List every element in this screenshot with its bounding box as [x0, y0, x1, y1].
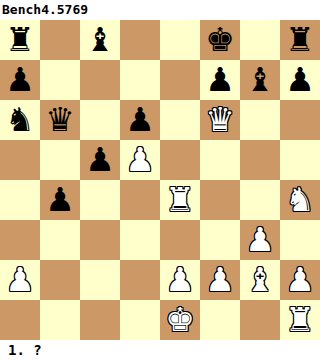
square-e7[interactable]	[160, 60, 200, 100]
square-b8[interactable]	[40, 20, 80, 60]
piece-black-pawn[interactable]: ♟	[5, 60, 35, 100]
square-h4[interactable]: ♞	[280, 180, 320, 220]
square-a5[interactable]	[0, 140, 40, 180]
square-d7[interactable]	[120, 60, 160, 100]
square-h7[interactable]: ♟	[280, 60, 320, 100]
square-g7[interactable]: ♝	[240, 60, 280, 100]
position-title: Bench4.5769	[0, 0, 320, 20]
square-g8[interactable]	[240, 20, 280, 60]
piece-white-rook[interactable]: ♜	[165, 180, 195, 220]
square-b7[interactable]	[40, 60, 80, 100]
square-a6[interactable]: ♞	[0, 100, 40, 140]
piece-white-pawn[interactable]: ♟	[285, 260, 315, 300]
square-g4[interactable]	[240, 180, 280, 220]
square-d5[interactable]: ♟	[120, 140, 160, 180]
square-g1[interactable]	[240, 300, 280, 340]
square-d1[interactable]	[120, 300, 160, 340]
square-a1[interactable]	[0, 300, 40, 340]
square-f5[interactable]	[200, 140, 240, 180]
square-f1[interactable]	[200, 300, 240, 340]
square-b6[interactable]: ♛	[40, 100, 80, 140]
piece-black-bishop[interactable]: ♝	[85, 20, 115, 60]
square-c8[interactable]: ♝	[80, 20, 120, 60]
piece-black-pawn[interactable]: ♟	[85, 140, 115, 180]
square-d8[interactable]	[120, 20, 160, 60]
piece-black-pawn[interactable]: ♟	[45, 180, 75, 220]
square-f4[interactable]	[200, 180, 240, 220]
square-g5[interactable]	[240, 140, 280, 180]
square-e2[interactable]: ♟	[160, 260, 200, 300]
square-h8[interactable]: ♜	[280, 20, 320, 60]
chess-board: ♜♝♚♜♟♟♝♟♞♛♟♛♟♟♟♜♞♟♟♟♟♝♟♚♜	[0, 20, 320, 340]
square-b3[interactable]	[40, 220, 80, 260]
square-h2[interactable]: ♟	[280, 260, 320, 300]
square-e1[interactable]: ♚	[160, 300, 200, 340]
square-c6[interactable]	[80, 100, 120, 140]
piece-white-rook[interactable]: ♜	[285, 300, 315, 340]
square-b4[interactable]: ♟	[40, 180, 80, 220]
piece-white-bishop[interactable]: ♝	[245, 260, 275, 300]
square-b2[interactable]	[40, 260, 80, 300]
square-a7[interactable]: ♟	[0, 60, 40, 100]
square-f2[interactable]: ♟	[200, 260, 240, 300]
square-h6[interactable]	[280, 100, 320, 140]
piece-white-pawn[interactable]: ♟	[5, 260, 35, 300]
square-g3[interactable]: ♟	[240, 220, 280, 260]
square-d6[interactable]: ♟	[120, 100, 160, 140]
square-a8[interactable]: ♜	[0, 20, 40, 60]
square-d4[interactable]	[120, 180, 160, 220]
square-a4[interactable]	[0, 180, 40, 220]
square-b1[interactable]	[40, 300, 80, 340]
square-h3[interactable]	[280, 220, 320, 260]
piece-black-bishop[interactable]: ♝	[245, 60, 275, 100]
square-f8[interactable]: ♚	[200, 20, 240, 60]
square-e3[interactable]	[160, 220, 200, 260]
piece-white-pawn[interactable]: ♟	[125, 140, 155, 180]
piece-black-pawn[interactable]: ♟	[125, 100, 155, 140]
square-e4[interactable]: ♜	[160, 180, 200, 220]
square-f6[interactable]: ♛	[200, 100, 240, 140]
square-d3[interactable]	[120, 220, 160, 260]
square-c7[interactable]	[80, 60, 120, 100]
square-f3[interactable]	[200, 220, 240, 260]
piece-black-pawn[interactable]: ♟	[285, 60, 315, 100]
piece-black-queen[interactable]: ♛	[45, 100, 75, 140]
square-g2[interactable]: ♝	[240, 260, 280, 300]
square-c1[interactable]	[80, 300, 120, 340]
square-c5[interactable]: ♟	[80, 140, 120, 180]
piece-white-pawn[interactable]: ♟	[165, 260, 195, 300]
piece-white-king[interactable]: ♚	[165, 300, 195, 340]
move-prompt: 1. ?	[0, 340, 320, 360]
piece-black-king[interactable]: ♚	[205, 20, 235, 60]
piece-black-rook[interactable]: ♜	[285, 20, 315, 60]
piece-black-knight[interactable]: ♞	[5, 100, 35, 140]
square-h1[interactable]: ♜	[280, 300, 320, 340]
piece-black-rook[interactable]: ♜	[5, 20, 35, 60]
piece-black-pawn[interactable]: ♟	[205, 60, 235, 100]
piece-white-pawn[interactable]: ♟	[205, 260, 235, 300]
square-e5[interactable]	[160, 140, 200, 180]
square-c2[interactable]	[80, 260, 120, 300]
piece-white-queen[interactable]: ♛	[205, 100, 235, 140]
square-h5[interactable]	[280, 140, 320, 180]
piece-white-knight[interactable]: ♞	[285, 180, 315, 220]
square-c3[interactable]	[80, 220, 120, 260]
square-e8[interactable]	[160, 20, 200, 60]
square-c4[interactable]	[80, 180, 120, 220]
square-a3[interactable]	[0, 220, 40, 260]
square-f7[interactable]: ♟	[200, 60, 240, 100]
square-g6[interactable]	[240, 100, 280, 140]
square-b5[interactable]	[40, 140, 80, 180]
square-d2[interactable]	[120, 260, 160, 300]
square-e6[interactable]	[160, 100, 200, 140]
square-a2[interactable]: ♟	[0, 260, 40, 300]
piece-white-pawn[interactable]: ♟	[245, 220, 275, 260]
